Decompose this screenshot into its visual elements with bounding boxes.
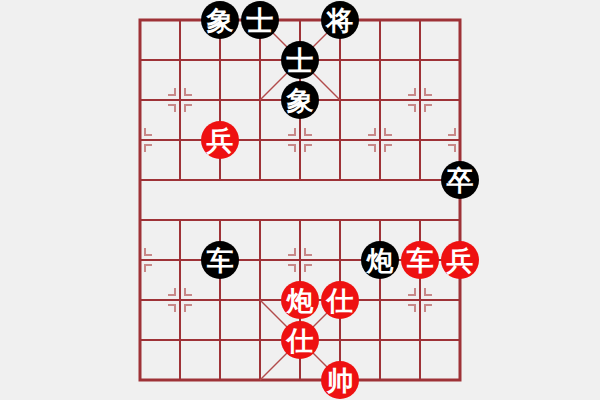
piece-red-soldier[interactable]: 兵 [201,121,239,159]
piece-black-soldier[interactable]: 卒 [441,161,479,199]
piece-red-advisor[interactable]: 仕 [281,321,319,359]
xiangqi-board: 象士将士象兵卒车炮车兵炮仕仕帅 [140,20,460,380]
piece-black-advisor[interactable]: 士 [281,41,319,79]
piece-red-soldier[interactable]: 兵 [441,241,479,279]
piece-red-cannon[interactable]: 炮 [281,281,319,319]
piece-red-general[interactable]: 帅 [321,361,359,399]
piece-black-chariot[interactable]: 车 [201,241,239,279]
piece-black-cannon[interactable]: 炮 [361,241,399,279]
piece-red-advisor[interactable]: 仕 [321,281,359,319]
xiangqi-app-screen: 象士将士象兵卒车炮车兵炮仕仕帅 [0,0,600,400]
piece-black-elephant[interactable]: 象 [281,81,319,119]
piece-red-chariot[interactable]: 车 [401,241,439,279]
piece-black-elephant[interactable]: 象 [201,1,239,39]
piece-black-advisor[interactable]: 士 [241,1,279,39]
piece-black-general[interactable]: 将 [321,1,359,39]
pieces-grid: 象士将士象兵卒车炮车兵炮仕仕帅 [120,0,480,400]
